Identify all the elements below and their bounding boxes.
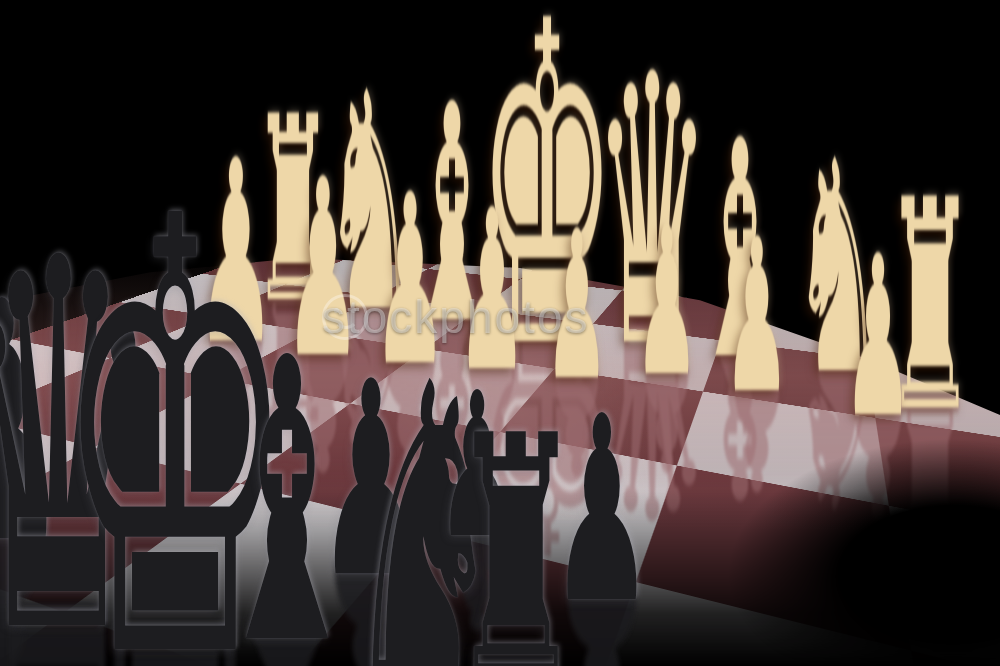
chess-photo-scene: ♜♞♝♚♛♝♞♜♟♟♟♟♟♟♟♟ ♜♞♝♚♛♝♞♜♟♟♟♟♟♟♟♟ ♟♛♚♝♟♞… <box>0 0 1000 666</box>
watermark: stockphotos <box>322 294 368 340</box>
black-pawn-piece: ♟ <box>550 382 653 638</box>
watermark-text: stockphotos <box>322 290 589 344</box>
